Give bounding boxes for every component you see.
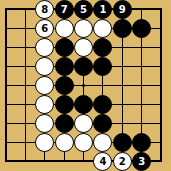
move-number-label: 4 — [99, 152, 106, 171]
stone-black-c4-r5[interactable] — [55, 76, 74, 95]
stone-black-c6-r4[interactable] — [93, 57, 112, 76]
stone-white-c4-r8[interactable] — [55, 133, 74, 152]
move-number-label: 2 — [119, 152, 126, 171]
stone-black-c8-r9[interactable]: 3 — [132, 152, 151, 171]
stone-white-c6-r8[interactable] — [93, 133, 112, 152]
stone-black-c6-r6[interactable] — [93, 95, 112, 114]
stone-black-c4-r7[interactable] — [55, 114, 74, 133]
stone-black-c4-r4[interactable] — [55, 57, 74, 76]
move-number-label: 1 — [99, 0, 106, 19]
stone-white-c6-r9[interactable]: 4 — [93, 152, 112, 171]
move-number-label: 5 — [80, 0, 87, 19]
stone-black-c6-r3[interactable] — [93, 38, 112, 57]
stone-white-c3-r7[interactable] — [35, 114, 54, 133]
stone-black-c4-r1[interactable]: 7 — [55, 0, 74, 19]
stone-black-c6-r1[interactable]: 1 — [93, 0, 112, 19]
stone-white-c3-r4[interactable] — [35, 57, 54, 76]
stone-black-c4-r3[interactable] — [55, 38, 74, 57]
stone-white-c5-r8[interactable] — [74, 133, 93, 152]
go-board[interactable]: 875196423 — [0, 0, 171, 171]
move-number-label: 9 — [119, 0, 126, 19]
stone-black-c5-r1[interactable]: 5 — [74, 0, 93, 19]
stone-white-c3-r3[interactable] — [35, 38, 54, 57]
go-problem-diagram: 875196423 — [0, 0, 171, 171]
star-point — [82, 84, 85, 87]
stone-white-c5-r3[interactable] — [74, 38, 93, 57]
stone-black-c6-r7[interactable] — [93, 114, 112, 133]
stone-black-c5-r6[interactable] — [74, 95, 93, 114]
stone-white-c3-r1[interactable]: 8 — [35, 0, 54, 19]
stone-white-c5-r7[interactable] — [74, 114, 93, 133]
stone-white-c4-r2[interactable] — [55, 19, 74, 38]
stone-black-c5-r4[interactable] — [74, 57, 93, 76]
stone-black-c7-r1[interactable]: 9 — [113, 0, 132, 19]
stone-white-c7-r9[interactable]: 2 — [113, 152, 132, 171]
move-number-label: 6 — [41, 19, 48, 38]
move-number-label: 3 — [138, 152, 145, 171]
stone-black-c7-r2[interactable] — [113, 19, 132, 38]
stone-black-c7-r8[interactable] — [113, 133, 132, 152]
grid-line-vertical — [161, 9, 162, 161]
stone-black-c8-r2[interactable] — [132, 19, 151, 38]
stone-white-c3-r6[interactable] — [35, 95, 54, 114]
stone-white-c3-r8[interactable] — [35, 133, 54, 152]
stone-black-c4-r6[interactable] — [55, 95, 74, 114]
move-number-label: 8 — [41, 0, 48, 19]
stone-black-c8-r8[interactable] — [132, 133, 151, 152]
move-number-label: 7 — [61, 0, 68, 19]
stone-white-c6-r2[interactable] — [93, 19, 112, 38]
stone-white-c3-r2[interactable]: 6 — [35, 19, 54, 38]
stone-white-c5-r2[interactable] — [74, 19, 93, 38]
stone-white-c3-r5[interactable] — [35, 76, 54, 95]
